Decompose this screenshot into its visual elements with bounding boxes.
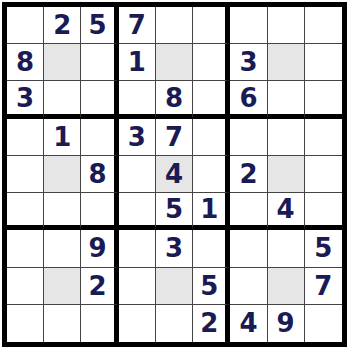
cell-r2c2[interactable]	[44, 44, 81, 81]
cell-r6c6[interactable]: 1	[193, 193, 230, 230]
cell-r7c1[interactable]	[7, 230, 44, 267]
cell-r8c8[interactable]	[268, 268, 305, 305]
cell-r8c3[interactable]: 2	[81, 268, 118, 305]
cell-r1c6[interactable]	[193, 7, 230, 44]
cell-r3c9[interactable]	[305, 81, 342, 118]
cell-r9c7[interactable]: 4	[230, 305, 267, 342]
cell-r9c3[interactable]	[81, 305, 118, 342]
cell-r5c4[interactable]	[119, 156, 156, 193]
cell-r2c5[interactable]	[156, 44, 193, 81]
cell-r9c2[interactable]	[44, 305, 81, 342]
cell-r8c9[interactable]: 7	[305, 268, 342, 305]
cell-r2c1[interactable]: 8	[7, 44, 44, 81]
cell-r8c6[interactable]: 5	[193, 268, 230, 305]
cell-r2c4[interactable]: 1	[119, 44, 156, 81]
cell-r6c3[interactable]	[81, 193, 118, 230]
cell-r1c7[interactable]	[230, 7, 267, 44]
cell-r8c2[interactable]	[44, 268, 81, 305]
cell-r1c4[interactable]: 7	[119, 7, 156, 44]
cell-r4c5[interactable]: 7	[156, 119, 193, 156]
cell-r7c3[interactable]: 9	[81, 230, 118, 267]
cell-r5c6[interactable]	[193, 156, 230, 193]
cell-r6c5[interactable]: 5	[156, 193, 193, 230]
cell-r8c4[interactable]	[119, 268, 156, 305]
cell-r4c2[interactable]: 1	[44, 119, 81, 156]
cell-r5c9[interactable]	[305, 156, 342, 193]
cell-r4c6[interactable]	[193, 119, 230, 156]
cell-r6c9[interactable]	[305, 193, 342, 230]
cell-r1c2[interactable]: 2	[44, 7, 81, 44]
cell-r5c5[interactable]: 4	[156, 156, 193, 193]
cell-r7c5[interactable]: 3	[156, 230, 193, 267]
cell-r6c1[interactable]	[7, 193, 44, 230]
sudoku-page: 257813386137842514935257249	[0, 0, 349, 349]
cell-r9c1[interactable]	[7, 305, 44, 342]
cell-r4c4[interactable]: 3	[119, 119, 156, 156]
cell-r8c5[interactable]	[156, 268, 193, 305]
cell-r7c9[interactable]: 5	[305, 230, 342, 267]
cell-r2c9[interactable]	[305, 44, 342, 81]
cell-r3c1[interactable]: 3	[7, 81, 44, 118]
cell-r7c2[interactable]	[44, 230, 81, 267]
cell-r2c3[interactable]	[81, 44, 118, 81]
cell-r3c4[interactable]	[119, 81, 156, 118]
cell-r8c7[interactable]	[230, 268, 267, 305]
cell-r6c2[interactable]	[44, 193, 81, 230]
cell-r1c8[interactable]	[268, 7, 305, 44]
cell-r5c1[interactable]	[7, 156, 44, 193]
cell-r3c5[interactable]: 8	[156, 81, 193, 118]
cell-r9c4[interactable]	[119, 305, 156, 342]
sudoku-board: 257813386137842514935257249	[2, 2, 347, 347]
cell-r6c7[interactable]	[230, 193, 267, 230]
cell-r2c7[interactable]: 3	[230, 44, 267, 81]
cell-r3c3[interactable]	[81, 81, 118, 118]
cell-r1c9[interactable]	[305, 7, 342, 44]
cell-r4c9[interactable]	[305, 119, 342, 156]
cell-r7c7[interactable]	[230, 230, 267, 267]
cell-r3c2[interactable]	[44, 81, 81, 118]
cell-r1c5[interactable]	[156, 7, 193, 44]
cell-r1c3[interactable]: 5	[81, 7, 118, 44]
cell-r4c3[interactable]	[81, 119, 118, 156]
cell-r7c8[interactable]	[268, 230, 305, 267]
cell-r3c8[interactable]	[268, 81, 305, 118]
cell-r1c1[interactable]	[7, 7, 44, 44]
cell-r2c8[interactable]	[268, 44, 305, 81]
cell-r5c7[interactable]: 2	[230, 156, 267, 193]
cell-r3c6[interactable]	[193, 81, 230, 118]
cell-r5c3[interactable]: 8	[81, 156, 118, 193]
cell-r6c4[interactable]	[119, 193, 156, 230]
cell-r8c1[interactable]	[7, 268, 44, 305]
cell-r4c8[interactable]	[268, 119, 305, 156]
cell-r7c6[interactable]	[193, 230, 230, 267]
cell-r6c8[interactable]: 4	[268, 193, 305, 230]
cell-r2c6[interactable]	[193, 44, 230, 81]
cell-r9c9[interactable]	[305, 305, 342, 342]
cell-r4c7[interactable]	[230, 119, 267, 156]
cell-r9c8[interactable]: 9	[268, 305, 305, 342]
cell-r3c7[interactable]: 6	[230, 81, 267, 118]
cell-r7c4[interactable]	[119, 230, 156, 267]
cell-r5c8[interactable]	[268, 156, 305, 193]
cell-r4c1[interactable]	[7, 119, 44, 156]
cell-r5c2[interactable]	[44, 156, 81, 193]
cell-r9c5[interactable]	[156, 305, 193, 342]
cell-r9c6[interactable]: 2	[193, 305, 230, 342]
